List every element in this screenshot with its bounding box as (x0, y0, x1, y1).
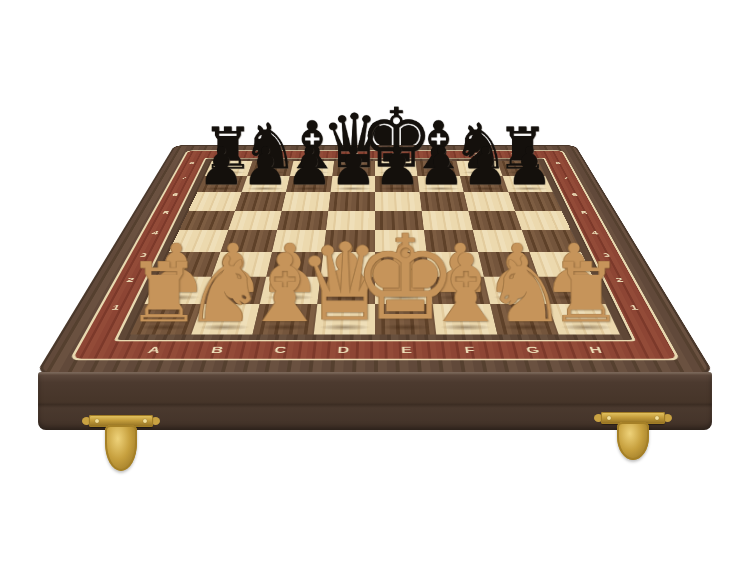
brass-latch-right (598, 409, 668, 487)
black-pawn[interactable]: ♟ (489, 146, 568, 189)
coordinate-label: 6 (571, 192, 586, 210)
square-a6[interactable] (189, 192, 242, 210)
square-b5[interactable] (228, 211, 282, 231)
square-h7[interactable]: ♟ (503, 176, 553, 192)
coordinate-label: 5 (580, 211, 596, 231)
white-bishop[interactable]: ♝ (411, 250, 520, 327)
square-c1[interactable]: ♝ (253, 304, 318, 335)
square-f1[interactable]: ♝ (433, 304, 498, 335)
square-e6[interactable] (375, 192, 422, 210)
square-c6[interactable] (282, 192, 331, 210)
latch-screw-icon (95, 419, 99, 423)
square-h6[interactable] (508, 192, 561, 210)
chess-set-photo-scene: ABCDEFGH 87654321 87654321 ABCDEFGH ♜♞♝♛… (0, 0, 750, 563)
chessboard-3d: ABCDEFGH 87654321 87654321 ABCDEFGH ♜♞♝♛… (35, 145, 715, 375)
square-g5[interactable] (468, 211, 522, 231)
latch-screw-icon (607, 416, 611, 420)
coordinate-label: 5 (153, 211, 169, 231)
white-bishop[interactable]: ♝ (230, 250, 339, 327)
square-a5[interactable] (179, 211, 235, 231)
square-h5[interactable] (515, 211, 571, 231)
brass-latch-left (86, 412, 156, 490)
latch-clasp (105, 425, 137, 471)
latch-screw-icon (655, 416, 659, 420)
coordinate-label: 6 (164, 192, 179, 210)
square-d6[interactable] (328, 192, 375, 210)
square-b6[interactable] (235, 192, 286, 210)
playing-field: ♜♞♝♛♚♝♞♜♟♟♟♟♟♟♟♟♟♟♟♟♟♟♟♟♜♞♝♛♚♝♞♜ (130, 161, 620, 335)
latch-clasp (617, 422, 649, 460)
square-f6[interactable] (419, 192, 468, 210)
square-g6[interactable] (464, 192, 515, 210)
latch-screw-icon (143, 419, 147, 423)
